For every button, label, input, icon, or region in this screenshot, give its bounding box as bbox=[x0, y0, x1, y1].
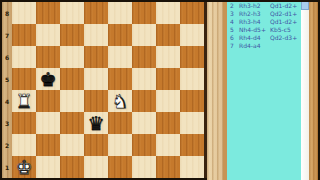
square-a3[interactable] bbox=[12, 112, 36, 134]
white-move[interactable]: Nh4-d5+ bbox=[239, 26, 267, 33]
white-rook-piece[interactable]: ♜ bbox=[15, 92, 32, 111]
square-e2[interactable] bbox=[108, 134, 132, 156]
move-list-panel[interactable]: 2Rh3-h2Qd1-d2+3Rh2-h3Qd2-d1+4Rh3-h4Qd1-d… bbox=[227, 0, 301, 180]
move-number: 6 bbox=[230, 34, 238, 41]
square-b6[interactable] bbox=[36, 46, 60, 68]
white-knight-piece[interactable]: ♞ bbox=[111, 92, 128, 111]
square-d6[interactable] bbox=[84, 46, 108, 68]
chess-app-window: 87654321 ♚♜♞♛♚ 2Rh3-h2Qd1-d2+3Rh2-h3Qd2-… bbox=[0, 0, 320, 180]
white-move[interactable]: Rd4-a4 bbox=[239, 42, 267, 49]
square-g6[interactable] bbox=[156, 46, 180, 68]
square-b1[interactable] bbox=[36, 156, 60, 178]
square-g4[interactable] bbox=[156, 90, 180, 112]
chess-board[interactable]: ♚♜♞♛♚ bbox=[12, 2, 204, 178]
square-a5[interactable] bbox=[12, 68, 36, 90]
square-g5[interactable] bbox=[156, 68, 180, 90]
square-f1[interactable] bbox=[132, 156, 156, 178]
square-h5[interactable] bbox=[180, 68, 204, 90]
square-a1[interactable]: ♚ bbox=[12, 156, 36, 178]
square-e6[interactable] bbox=[108, 46, 132, 68]
square-c2[interactable] bbox=[60, 134, 84, 156]
square-a4[interactable]: ♜ bbox=[12, 90, 36, 112]
square-h2[interactable] bbox=[180, 134, 204, 156]
square-h6[interactable] bbox=[180, 46, 204, 68]
square-b4[interactable] bbox=[36, 90, 60, 112]
black-queen-piece[interactable]: ♛ bbox=[87, 114, 104, 133]
square-f6[interactable] bbox=[132, 46, 156, 68]
square-c6[interactable] bbox=[60, 46, 84, 68]
black-king-piece[interactable]: ♚ bbox=[39, 70, 56, 89]
square-c8[interactable] bbox=[60, 2, 84, 24]
square-d1[interactable] bbox=[84, 156, 108, 178]
window-border-top bbox=[0, 0, 320, 2]
square-d2[interactable] bbox=[84, 134, 108, 156]
square-h4[interactable] bbox=[180, 90, 204, 112]
square-b3[interactable] bbox=[36, 112, 60, 134]
move-number: 2 bbox=[230, 2, 238, 9]
move-number: 4 bbox=[230, 18, 238, 25]
square-a7[interactable] bbox=[12, 24, 36, 46]
white-king-piece[interactable]: ♚ bbox=[15, 158, 32, 177]
square-e7[interactable] bbox=[108, 24, 132, 46]
rank-label-3: 3 bbox=[2, 118, 12, 128]
move-row-6[interactable]: 6Rh4-d4Qd2-d3+ bbox=[227, 34, 301, 42]
rank-label-7: 7 bbox=[2, 30, 12, 40]
board-frame-right bbox=[207, 0, 223, 180]
square-e8[interactable] bbox=[108, 2, 132, 24]
black-move[interactable]: Qd2-d1+ bbox=[270, 10, 300, 17]
square-e4[interactable]: ♞ bbox=[108, 90, 132, 112]
square-e5[interactable] bbox=[108, 68, 132, 90]
square-f3[interactable] bbox=[132, 112, 156, 134]
square-f2[interactable] bbox=[132, 134, 156, 156]
white-move[interactable]: Rh3-h4 bbox=[239, 18, 267, 25]
square-f7[interactable] bbox=[132, 24, 156, 46]
square-b7[interactable] bbox=[36, 24, 60, 46]
move-number: 7 bbox=[230, 42, 238, 49]
scroll-up-button[interactable] bbox=[301, 1, 309, 10]
square-c4[interactable] bbox=[60, 90, 84, 112]
white-move[interactable]: Rh3-h2 bbox=[239, 2, 267, 9]
window-border-bottom bbox=[0, 178, 207, 180]
move-list-scrollbar[interactable] bbox=[301, 0, 309, 180]
square-g3[interactable] bbox=[156, 112, 180, 134]
square-g2[interactable] bbox=[156, 134, 180, 156]
square-d5[interactable] bbox=[84, 68, 108, 90]
square-d8[interactable] bbox=[84, 2, 108, 24]
square-a2[interactable] bbox=[12, 134, 36, 156]
square-d7[interactable] bbox=[84, 24, 108, 46]
square-g8[interactable] bbox=[156, 2, 180, 24]
window-frame-right bbox=[309, 0, 318, 180]
square-g1[interactable] bbox=[156, 156, 180, 178]
board-frame-left: 87654321 bbox=[2, 2, 12, 178]
square-h8[interactable] bbox=[180, 2, 204, 24]
move-row-2[interactable]: 2Rh3-h2Qd1-d2+ bbox=[227, 2, 301, 10]
square-f8[interactable] bbox=[132, 2, 156, 24]
white-move[interactable]: Rh4-d4 bbox=[239, 34, 267, 41]
square-e3[interactable] bbox=[108, 112, 132, 134]
move-row-7[interactable]: 7Rd4-a4 bbox=[227, 42, 301, 50]
black-move[interactable]: Kb5-c5 bbox=[270, 26, 300, 33]
move-number: 3 bbox=[230, 10, 238, 17]
move-row-3[interactable]: 3Rh2-h3Qd2-d1+ bbox=[227, 10, 301, 18]
square-d3[interactable]: ♛ bbox=[84, 112, 108, 134]
black-move[interactable]: Qd1-d2+ bbox=[270, 2, 300, 9]
square-b2[interactable] bbox=[36, 134, 60, 156]
move-number: 5 bbox=[230, 26, 238, 33]
square-f4[interactable] bbox=[132, 90, 156, 112]
square-g7[interactable] bbox=[156, 24, 180, 46]
square-a6[interactable] bbox=[12, 46, 36, 68]
move-row-5[interactable]: 5Nh4-d5+Kb5-c5 bbox=[227, 26, 301, 34]
rank-label-4: 4 bbox=[2, 96, 12, 106]
square-b5[interactable]: ♚ bbox=[36, 68, 60, 90]
move-row-4[interactable]: 4Rh3-h4Qd1-d2+ bbox=[227, 18, 301, 26]
square-f5[interactable] bbox=[132, 68, 156, 90]
square-a8[interactable] bbox=[12, 2, 36, 24]
square-h1[interactable] bbox=[180, 156, 204, 178]
rank-label-6: 6 bbox=[2, 52, 12, 62]
rank-label-5: 5 bbox=[2, 74, 12, 84]
rank-label-2: 2 bbox=[2, 140, 12, 150]
rank-label-8: 8 bbox=[2, 8, 12, 18]
black-move[interactable]: Qd2-d3+ bbox=[270, 34, 300, 41]
white-move[interactable]: Rh2-h3 bbox=[239, 10, 267, 17]
square-c1[interactable] bbox=[60, 156, 84, 178]
square-h3[interactable] bbox=[180, 112, 204, 134]
square-c3[interactable] bbox=[60, 112, 84, 134]
square-e1[interactable] bbox=[108, 156, 132, 178]
square-h7[interactable] bbox=[180, 24, 204, 46]
square-d4[interactable] bbox=[84, 90, 108, 112]
square-c5[interactable] bbox=[60, 68, 84, 90]
black-move[interactable]: Qd1-d2+ bbox=[270, 18, 300, 25]
rank-label-1: 1 bbox=[2, 162, 12, 172]
square-c7[interactable] bbox=[60, 24, 84, 46]
square-b8[interactable] bbox=[36, 2, 60, 24]
